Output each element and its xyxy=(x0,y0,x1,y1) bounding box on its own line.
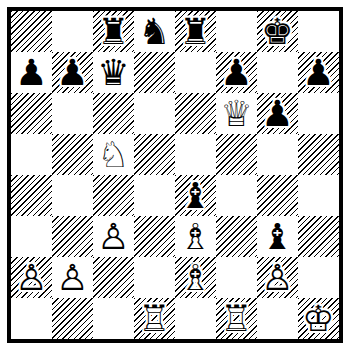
piece-black-rook[interactable]: ♜ xyxy=(97,11,129,52)
square-d1[interactable]: ♖ xyxy=(134,298,175,339)
square-b5[interactable] xyxy=(52,134,93,175)
square-h7[interactable]: ♟ xyxy=(298,52,339,93)
square-g1[interactable] xyxy=(257,298,298,339)
piece-black-queen[interactable]: ♛ xyxy=(97,52,129,93)
piece-black-bishop[interactable]: ♝ xyxy=(261,216,293,257)
square-f2[interactable] xyxy=(216,257,257,298)
square-b8[interactable] xyxy=(52,11,93,52)
chess-board-frame: ♜♞♜♚♟♟♛♟♟♕♟♘♝♙♗♝♙♙♗♙♖♖♔ xyxy=(7,7,343,343)
square-f4[interactable] xyxy=(216,175,257,216)
square-c5[interactable]: ♘ xyxy=(93,134,134,175)
square-g6[interactable]: ♟ xyxy=(257,93,298,134)
square-e7[interactable] xyxy=(175,52,216,93)
square-a5[interactable] xyxy=(11,134,52,175)
square-b1[interactable] xyxy=(52,298,93,339)
piece-white-bishop[interactable]: ♗ xyxy=(179,216,211,257)
square-d7[interactable] xyxy=(134,52,175,93)
piece-white-king[interactable]: ♔ xyxy=(302,298,334,339)
square-a2[interactable]: ♙ xyxy=(11,257,52,298)
square-e5[interactable] xyxy=(175,134,216,175)
square-h1[interactable]: ♔ xyxy=(298,298,339,339)
piece-white-knight[interactable]: ♘ xyxy=(97,134,129,175)
square-g4[interactable] xyxy=(257,175,298,216)
square-d5[interactable] xyxy=(134,134,175,175)
piece-white-pawn[interactable]: ♙ xyxy=(261,257,293,298)
square-a6[interactable] xyxy=(11,93,52,134)
square-e6[interactable] xyxy=(175,93,216,134)
square-f5[interactable] xyxy=(216,134,257,175)
square-e4[interactable]: ♝ xyxy=(175,175,216,216)
square-d4[interactable] xyxy=(134,175,175,216)
square-d6[interactable] xyxy=(134,93,175,134)
square-f3[interactable] xyxy=(216,216,257,257)
square-b4[interactable] xyxy=(52,175,93,216)
square-g7[interactable] xyxy=(257,52,298,93)
piece-black-rook[interactable]: ♜ xyxy=(179,11,211,52)
square-f1[interactable]: ♖ xyxy=(216,298,257,339)
piece-black-bishop[interactable]: ♝ xyxy=(179,175,211,216)
square-a8[interactable] xyxy=(11,11,52,52)
square-g8[interactable]: ♚ xyxy=(257,11,298,52)
square-h6[interactable] xyxy=(298,93,339,134)
square-a1[interactable] xyxy=(11,298,52,339)
square-c6[interactable] xyxy=(93,93,134,134)
piece-black-pawn[interactable]: ♟ xyxy=(15,52,47,93)
piece-black-pawn[interactable]: ♟ xyxy=(220,52,252,93)
square-b7[interactable]: ♟ xyxy=(52,52,93,93)
chess-board: ♜♞♜♚♟♟♛♟♟♕♟♘♝♙♗♝♙♙♗♙♖♖♔ xyxy=(11,11,339,339)
square-a4[interactable] xyxy=(11,175,52,216)
square-a3[interactable] xyxy=(11,216,52,257)
square-d2[interactable] xyxy=(134,257,175,298)
square-b2[interactable]: ♙ xyxy=(52,257,93,298)
piece-white-rook[interactable]: ♖ xyxy=(138,298,170,339)
piece-white-pawn[interactable]: ♙ xyxy=(56,257,88,298)
square-h8[interactable] xyxy=(298,11,339,52)
piece-black-pawn[interactable]: ♟ xyxy=(261,93,293,134)
square-c7[interactable]: ♛ xyxy=(93,52,134,93)
piece-white-bishop[interactable]: ♗ xyxy=(179,257,211,298)
square-c1[interactable] xyxy=(93,298,134,339)
square-c2[interactable] xyxy=(93,257,134,298)
square-e8[interactable]: ♜ xyxy=(175,11,216,52)
piece-black-pawn[interactable]: ♟ xyxy=(56,52,88,93)
square-e1[interactable] xyxy=(175,298,216,339)
square-f8[interactable] xyxy=(216,11,257,52)
piece-black-pawn[interactable]: ♟ xyxy=(302,52,334,93)
square-g5[interactable] xyxy=(257,134,298,175)
square-d8[interactable]: ♞ xyxy=(134,11,175,52)
square-h3[interactable] xyxy=(298,216,339,257)
square-f7[interactable]: ♟ xyxy=(216,52,257,93)
square-g3[interactable]: ♝ xyxy=(257,216,298,257)
square-h5[interactable] xyxy=(298,134,339,175)
piece-white-pawn[interactable]: ♙ xyxy=(15,257,47,298)
piece-white-pawn[interactable]: ♙ xyxy=(97,216,129,257)
square-h4[interactable] xyxy=(298,175,339,216)
square-e3[interactable]: ♗ xyxy=(175,216,216,257)
piece-white-queen[interactable]: ♕ xyxy=(220,93,252,134)
piece-black-knight[interactable]: ♞ xyxy=(138,11,170,52)
square-c4[interactable] xyxy=(93,175,134,216)
square-c8[interactable]: ♜ xyxy=(93,11,134,52)
square-e2[interactable]: ♗ xyxy=(175,257,216,298)
piece-white-rook[interactable]: ♖ xyxy=(220,298,252,339)
piece-black-king[interactable]: ♚ xyxy=(261,11,293,52)
square-d3[interactable] xyxy=(134,216,175,257)
square-b3[interactable] xyxy=(52,216,93,257)
square-b6[interactable] xyxy=(52,93,93,134)
square-f6[interactable]: ♕ xyxy=(216,93,257,134)
square-h2[interactable] xyxy=(298,257,339,298)
square-a7[interactable]: ♟ xyxy=(11,52,52,93)
square-c3[interactable]: ♙ xyxy=(93,216,134,257)
square-g2[interactable]: ♙ xyxy=(257,257,298,298)
